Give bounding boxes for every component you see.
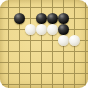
intersection[interactable] — [69, 79, 80, 88]
intersection[interactable] — [80, 46, 88, 57]
intersection[interactable] — [25, 46, 36, 57]
intersection[interactable] — [80, 2, 88, 13]
intersection[interactable] — [47, 35, 58, 46]
intersection[interactable] — [80, 79, 88, 88]
intersection[interactable] — [36, 2, 47, 13]
intersection[interactable] — [47, 46, 58, 57]
intersection[interactable] — [25, 57, 36, 68]
stone-white[interactable] — [58, 35, 69, 46]
intersection[interactable] — [14, 79, 25, 88]
intersection[interactable] — [58, 57, 69, 68]
stone-black[interactable] — [58, 13, 69, 24]
intersection[interactable] — [80, 24, 88, 35]
intersection[interactable] — [14, 57, 25, 68]
stone-white[interactable] — [47, 24, 58, 35]
intersection[interactable] — [58, 46, 69, 57]
intersection[interactable] — [3, 79, 14, 88]
stone-black[interactable] — [36, 13, 47, 24]
intersection[interactable] — [14, 2, 25, 13]
intersection[interactable] — [3, 68, 14, 79]
intersection[interactable] — [36, 46, 47, 57]
intersection[interactable] — [69, 13, 80, 24]
intersection[interactable] — [69, 24, 80, 35]
intersection[interactable] — [58, 68, 69, 79]
intersection[interactable] — [47, 68, 58, 79]
stone-black[interactable] — [58, 24, 69, 35]
intersection[interactable] — [80, 57, 88, 68]
intersection[interactable] — [14, 35, 25, 46]
stone-black[interactable] — [47, 13, 58, 24]
intersection[interactable] — [80, 35, 88, 46]
intersection[interactable] — [25, 13, 36, 24]
intersection[interactable] — [80, 68, 88, 79]
board-grid — [3, 2, 88, 88]
intersection[interactable] — [58, 79, 69, 88]
stone-white[interactable] — [25, 24, 36, 35]
stone-white[interactable] — [69, 35, 80, 46]
intersection[interactable] — [36, 35, 47, 46]
intersection[interactable] — [14, 68, 25, 79]
intersection[interactable] — [3, 13, 14, 24]
intersection[interactable] — [69, 68, 80, 79]
intersection[interactable] — [14, 46, 25, 57]
stone-black[interactable] — [14, 13, 25, 24]
intersection[interactable] — [47, 79, 58, 88]
intersection[interactable] — [36, 57, 47, 68]
intersection[interactable] — [80, 13, 88, 24]
intersection[interactable] — [25, 2, 36, 13]
intersection[interactable] — [36, 79, 47, 88]
intersection[interactable] — [3, 24, 14, 35]
intersection[interactable] — [14, 24, 25, 35]
intersection[interactable] — [58, 2, 69, 13]
intersection[interactable] — [3, 57, 14, 68]
screenshot-frame — [0, 0, 88, 88]
intersection[interactable] — [3, 2, 14, 13]
go-board[interactable] — [0, 0, 88, 88]
intersection[interactable] — [25, 35, 36, 46]
intersection[interactable] — [25, 68, 36, 79]
intersection[interactable] — [69, 57, 80, 68]
intersection[interactable] — [25, 79, 36, 88]
intersection[interactable] — [47, 2, 58, 13]
intersection[interactable] — [69, 46, 80, 57]
stone-white[interactable] — [36, 24, 47, 35]
intersection[interactable] — [3, 46, 14, 57]
intersection[interactable] — [3, 35, 14, 46]
intersection[interactable] — [47, 57, 58, 68]
intersection[interactable] — [36, 68, 47, 79]
intersection[interactable] — [69, 2, 80, 13]
